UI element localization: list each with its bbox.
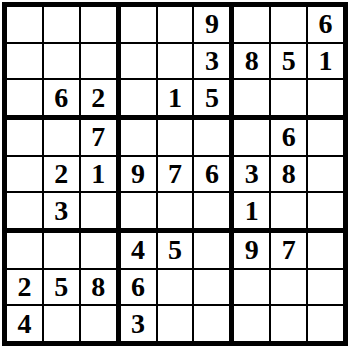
sudoku-cell-r5c9[interactable] xyxy=(308,157,343,192)
sudoku-cell-r7c8[interactable]: 7 xyxy=(271,233,306,268)
sudoku-cell-r6c4[interactable] xyxy=(121,193,156,228)
sudoku-cell-r8c1[interactable]: 2 xyxy=(7,270,42,305)
sudoku-cell-r1c5[interactable] xyxy=(158,7,193,42)
sudoku-cell-r9c9[interactable] xyxy=(308,306,343,341)
sudoku-cell-r1c1[interactable] xyxy=(7,7,42,42)
sudoku-cell-r6c1[interactable] xyxy=(7,193,42,228)
sudoku-box-1: 62 xyxy=(7,7,116,115)
sudoku-cell-r3c1[interactable] xyxy=(7,80,42,115)
sudoku-box-7: 2584 xyxy=(7,233,116,341)
sudoku-cell-r5c4[interactable]: 9 xyxy=(121,157,156,192)
sudoku-cell-r9c3[interactable] xyxy=(81,306,116,341)
sudoku-cell-r3c9[interactable] xyxy=(308,80,343,115)
sudoku-cell-r2c1[interactable] xyxy=(7,44,42,79)
sudoku-cell-r7c5[interactable]: 5 xyxy=(158,233,193,268)
sudoku-cell-r1c9[interactable]: 6 xyxy=(308,7,343,42)
sudoku-cell-r8c7[interactable] xyxy=(234,270,269,305)
sudoku-cell-r4c8[interactable]: 6 xyxy=(271,120,306,155)
sudoku-cell-r1c6[interactable]: 9 xyxy=(194,7,229,42)
sudoku-cell-r5c3[interactable]: 1 xyxy=(81,157,116,192)
sudoku-cell-r9c7[interactable] xyxy=(234,306,269,341)
sudoku-cell-r6c2[interactable]: 3 xyxy=(44,193,79,228)
sudoku-cell-r6c9[interactable] xyxy=(308,193,343,228)
sudoku-box-3: 6851 xyxy=(234,7,343,115)
sudoku-cell-r2c8[interactable]: 5 xyxy=(271,44,306,79)
sudoku-cell-r8c5[interactable] xyxy=(158,270,193,305)
sudoku-cell-r5c8[interactable]: 8 xyxy=(271,157,306,192)
sudoku-cell-r2c2[interactable] xyxy=(44,44,79,79)
sudoku-cell-r7c6[interactable] xyxy=(194,233,229,268)
sudoku-cell-r2c9[interactable]: 1 xyxy=(308,44,343,79)
sudoku-box-2: 9315 xyxy=(121,7,230,115)
sudoku-cell-r6c5[interactable] xyxy=(158,193,193,228)
sudoku-cell-r1c7[interactable] xyxy=(234,7,269,42)
sudoku-cell-r3c7[interactable] xyxy=(234,80,269,115)
sudoku-box-9: 97 xyxy=(234,233,343,341)
sudoku-cell-r4c6[interactable] xyxy=(194,120,229,155)
sudoku-cell-r9c5[interactable] xyxy=(158,306,193,341)
sudoku-cell-r2c7[interactable]: 8 xyxy=(234,44,269,79)
sudoku-cell-r1c4[interactable] xyxy=(121,7,156,42)
sudoku-cell-r8c6[interactable] xyxy=(194,270,229,305)
sudoku-cell-r6c6[interactable] xyxy=(194,193,229,228)
sudoku-cell-r8c9[interactable] xyxy=(308,270,343,305)
sudoku-cell-r9c2[interactable] xyxy=(44,306,79,341)
sudoku-cell-r5c6[interactable]: 6 xyxy=(194,157,229,192)
sudoku-cell-r7c1[interactable] xyxy=(7,233,42,268)
sudoku-cell-r1c2[interactable] xyxy=(44,7,79,42)
sudoku-page: 6293156851721397663812584456397 xyxy=(0,0,350,350)
sudoku-box-6: 6381 xyxy=(234,120,343,228)
sudoku-cell-r3c8[interactable] xyxy=(271,80,306,115)
sudoku-cell-r3c6[interactable]: 5 xyxy=(194,80,229,115)
sudoku-cell-r7c9[interactable] xyxy=(308,233,343,268)
sudoku-box-5: 976 xyxy=(121,120,230,228)
sudoku-box-8: 4563 xyxy=(121,233,230,341)
sudoku-board: 6293156851721397663812584456397 xyxy=(2,2,348,346)
sudoku-cell-r7c4[interactable]: 4 xyxy=(121,233,156,268)
sudoku-cell-r1c3[interactable] xyxy=(81,7,116,42)
sudoku-cell-r9c4[interactable]: 3 xyxy=(121,306,156,341)
sudoku-cell-r4c2[interactable] xyxy=(44,120,79,155)
sudoku-cell-r6c3[interactable] xyxy=(81,193,116,228)
sudoku-box-4: 7213 xyxy=(7,120,116,228)
sudoku-cell-r5c1[interactable] xyxy=(7,157,42,192)
sudoku-cell-r2c6[interactable]: 3 xyxy=(194,44,229,79)
sudoku-cell-r8c8[interactable] xyxy=(271,270,306,305)
sudoku-cell-r1c8[interactable] xyxy=(271,7,306,42)
sudoku-cell-r4c5[interactable] xyxy=(158,120,193,155)
sudoku-cell-r9c8[interactable] xyxy=(271,306,306,341)
sudoku-cell-r9c6[interactable] xyxy=(194,306,229,341)
sudoku-cell-r3c5[interactable]: 1 xyxy=(158,80,193,115)
sudoku-cell-r6c7[interactable]: 1 xyxy=(234,193,269,228)
sudoku-cell-r7c7[interactable]: 9 xyxy=(234,233,269,268)
sudoku-cell-r4c7[interactable] xyxy=(234,120,269,155)
sudoku-cell-r4c9[interactable] xyxy=(308,120,343,155)
sudoku-cell-r7c2[interactable] xyxy=(44,233,79,268)
sudoku-cell-r5c2[interactable]: 2 xyxy=(44,157,79,192)
sudoku-cell-r2c5[interactable] xyxy=(158,44,193,79)
sudoku-cell-r8c4[interactable]: 6 xyxy=(121,270,156,305)
sudoku-cell-r7c3[interactable] xyxy=(81,233,116,268)
sudoku-cell-r4c1[interactable] xyxy=(7,120,42,155)
sudoku-cell-r5c7[interactable]: 3 xyxy=(234,157,269,192)
sudoku-cell-r9c1[interactable]: 4 xyxy=(7,306,42,341)
sudoku-cell-r3c3[interactable]: 2 xyxy=(81,80,116,115)
sudoku-cell-r2c3[interactable] xyxy=(81,44,116,79)
sudoku-cell-r8c3[interactable]: 8 xyxy=(81,270,116,305)
sudoku-cell-r3c2[interactable]: 6 xyxy=(44,80,79,115)
sudoku-cell-r8c2[interactable]: 5 xyxy=(44,270,79,305)
sudoku-cell-r6c8[interactable] xyxy=(271,193,306,228)
sudoku-cell-r5c5[interactable]: 7 xyxy=(158,157,193,192)
sudoku-cell-r3c4[interactable] xyxy=(121,80,156,115)
sudoku-cell-r4c4[interactable] xyxy=(121,120,156,155)
sudoku-cell-r4c3[interactable]: 7 xyxy=(81,120,116,155)
sudoku-cell-r2c4[interactable] xyxy=(121,44,156,79)
